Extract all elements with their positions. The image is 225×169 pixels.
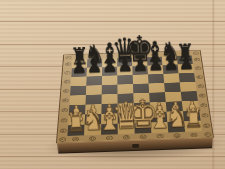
white-rook-h1: ♜ xyxy=(183,106,204,131)
square-a7: ♟ xyxy=(71,68,87,77)
square-d7: ♟ xyxy=(117,66,132,75)
frame-corner-bottom-right: • xyxy=(202,131,213,138)
frame-corner-bottom-right-label: • xyxy=(204,132,212,137)
frame-corner-bottom-left: • xyxy=(57,136,67,143)
square-c1: ♝ xyxy=(101,124,118,135)
black-pawn-g7: ♟ xyxy=(162,54,178,73)
coord-file-e-bottom-label: e xyxy=(140,134,147,139)
photo-wooden-chess-set: •abcdefgh•8♜♞♝♛♚♝♞♜87♟♟♟♟♟♟♟♟7665544332♟… xyxy=(0,0,225,169)
coord-file-a-bottom-label: a xyxy=(72,136,79,141)
square-c7: ♟ xyxy=(102,67,117,76)
coord-file-c-bottom: c xyxy=(101,134,118,141)
black-pawn-e7: ♟ xyxy=(132,55,148,74)
black-pawn-c7: ♟ xyxy=(101,56,117,75)
coord-file-f-bottom-label: f xyxy=(157,134,164,139)
white-bishop-c1: ♝ xyxy=(96,104,121,134)
square-h7: ♟ xyxy=(178,64,194,73)
coord-file-g-bottom: g xyxy=(168,132,186,139)
coord-rank-7-left-label: 7 xyxy=(64,71,71,75)
frame-corner-bottom-left-label: • xyxy=(59,137,66,142)
coord-file-c-bottom-label: c xyxy=(106,135,113,140)
coord-file-d-bottom: d xyxy=(118,134,135,141)
coord-rank-5-left-label: 5 xyxy=(62,89,69,93)
square-f7: ♟ xyxy=(147,65,163,74)
coord-rank-6-left-label: 6 xyxy=(63,80,70,84)
black-pawn-h7: ♟ xyxy=(178,53,194,72)
coord-file-e-bottom: e xyxy=(135,133,152,140)
white-bishop-f1: ♝ xyxy=(147,103,172,133)
coord-file-a-bottom: a xyxy=(67,135,84,142)
coord-rank-6-right: 6 xyxy=(194,73,204,82)
coord-file-f-bottom: f xyxy=(152,132,169,139)
black-pawn-b7: ♟ xyxy=(86,57,102,76)
black-pawn-f7: ♟ xyxy=(147,55,163,74)
white-rook-a1: ♜ xyxy=(65,110,86,135)
square-b7: ♟ xyxy=(87,67,102,76)
coord-rank-7-right-label: 7 xyxy=(195,66,202,70)
chess-board: •abcdefgh•8♜♞♝♛♚♝♞♜87♟♟♟♟♟♟♟♟7665544332♟… xyxy=(57,50,213,142)
coord-file-b-bottom-label: b xyxy=(89,136,96,141)
coord-file-h-bottom: h xyxy=(185,131,203,138)
coord-file-g-bottom-label: g xyxy=(173,133,180,138)
coord-rank-5-right-label: 5 xyxy=(197,84,204,88)
coord-rank-6-right-label: 6 xyxy=(196,75,203,79)
square-g7: ♟ xyxy=(163,65,179,74)
coord-file-b-bottom: b xyxy=(84,135,101,142)
coord-rank-5-right: 5 xyxy=(195,82,206,92)
square-e7: ♟ xyxy=(132,66,148,75)
coord-file-d-bottom-label: d xyxy=(123,135,130,140)
board-grid: •abcdefgh•8♜♞♝♛♚♝♞♜87♟♟♟♟♟♟♟♟7665544332♟… xyxy=(57,50,213,142)
chess-set: •abcdefgh•8♜♞♝♛♚♝♞♜87♟♟♟♟♟♟♟♟7665544332♟… xyxy=(52,0,214,169)
square-h1: ♜ xyxy=(184,121,202,132)
black-pawn-d7: ♟ xyxy=(116,56,132,75)
hinge-clasp-icon xyxy=(132,144,139,148)
black-pawn-a7: ♟ xyxy=(71,57,87,76)
square-f1: ♝ xyxy=(151,122,168,133)
square-a1: ♜ xyxy=(67,125,84,136)
square-b6 xyxy=(86,76,102,86)
coord-file-h-bottom-label: h xyxy=(190,132,198,137)
